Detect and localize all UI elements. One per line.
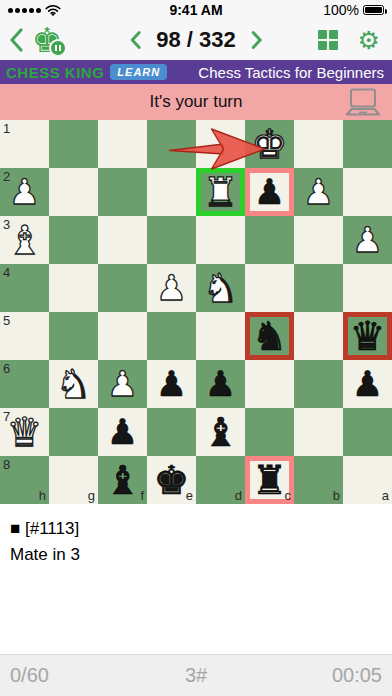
puzzle-list-button[interactable] — [318, 30, 338, 50]
puzzle-goal: Mate in 3 — [10, 542, 80, 568]
square-h8[interactable]: 8h — [0, 456, 49, 504]
square-a7[interactable] — [343, 408, 392, 456]
square-f6[interactable]: ♟ — [98, 360, 147, 408]
rank-label: 5 — [3, 314, 10, 327]
rank-label: 4 — [3, 266, 10, 279]
white-pawn: ♟ — [9, 175, 40, 210]
square-d2[interactable]: ♜ — [196, 168, 245, 216]
app-root: 9:41 AM 100% ♚ 98 / 332 — [0, 0, 392, 696]
square-c7[interactable] — [245, 408, 294, 456]
black-queen: ♛ — [350, 316, 386, 356]
black-pawn: ♟ — [352, 367, 383, 402]
square-g5[interactable] — [49, 312, 98, 360]
square-e7[interactable] — [147, 408, 196, 456]
white-king: ♚ — [252, 124, 288, 164]
square-a1[interactable] — [343, 120, 392, 168]
back-chevron-icon — [8, 27, 24, 53]
square-f7[interactable]: ♟ — [98, 408, 147, 456]
rank-label: 1 — [3, 122, 10, 135]
square-e2[interactable] — [147, 168, 196, 216]
square-g1[interactable] — [49, 120, 98, 168]
rank-label: 8 — [3, 458, 10, 471]
square-g8[interactable]: g — [49, 456, 98, 504]
status-bar: 9:41 AM 100% — [0, 0, 392, 20]
square-h1[interactable]: 1 — [0, 120, 49, 168]
square-c3[interactable] — [245, 216, 294, 264]
square-g3[interactable] — [49, 216, 98, 264]
square-g4[interactable] — [49, 264, 98, 312]
brand-title: CHESS KING — [6, 64, 104, 81]
black-rook: ♜ — [252, 460, 288, 500]
square-a8[interactable]: a — [343, 456, 392, 504]
black-pawn: ♟ — [107, 415, 138, 450]
settings-button[interactable]: ⚙ — [358, 28, 380, 53]
white-pawn: ♟ — [303, 175, 334, 210]
learn-badge: LEARN — [110, 64, 167, 80]
laptop-icon[interactable] — [344, 88, 382, 117]
bottom-bar: 0/60 3# 00:05 — [0, 654, 392, 696]
white-knight: ♞ — [203, 268, 239, 308]
turn-text: It's your turn — [0, 84, 392, 120]
square-d5[interactable] — [196, 312, 245, 360]
file-label: g — [88, 489, 95, 502]
square-d6[interactable]: ♟ — [196, 360, 245, 408]
square-c1[interactable]: ♚ — [245, 120, 294, 168]
square-c4[interactable] — [245, 264, 294, 312]
puzzle-id: ■ [#1113] — [10, 516, 80, 542]
square-d1[interactable] — [196, 120, 245, 168]
square-b2[interactable]: ♟ — [294, 168, 343, 216]
white-rook: ♜ — [203, 172, 239, 212]
nav-bar: ♚ 98 / 332 ⚙ — [0, 20, 392, 60]
file-label: d — [235, 489, 242, 502]
black-knight: ♞ — [252, 316, 288, 356]
battery-icon — [363, 5, 384, 15]
square-g7[interactable] — [49, 408, 98, 456]
file-label: c — [285, 489, 292, 502]
white-pawn: ♟ — [156, 271, 187, 306]
file-label: h — [39, 489, 46, 502]
square-b1[interactable] — [294, 120, 343, 168]
square-f1[interactable] — [98, 120, 147, 168]
black-bishop: ♝ — [203, 412, 239, 452]
square-d3[interactable] — [196, 216, 245, 264]
square-c2[interactable]: ♟ — [245, 168, 294, 216]
square-a5[interactable]: ♛ — [343, 312, 392, 360]
square-e8[interactable]: e♚ — [147, 456, 196, 504]
square-f3[interactable] — [98, 216, 147, 264]
rank-label: 3 — [3, 218, 10, 231]
square-b6[interactable] — [294, 360, 343, 408]
square-e1[interactable] — [147, 120, 196, 168]
battery-percent: 100% — [323, 2, 359, 18]
square-c5[interactable]: ♞ — [245, 312, 294, 360]
rank-label: 2 — [3, 170, 10, 183]
file-label: b — [333, 489, 340, 502]
square-e6[interactable]: ♟ — [147, 360, 196, 408]
square-d8[interactable]: d — [196, 456, 245, 504]
square-f5[interactable] — [98, 312, 147, 360]
turn-banner: It's your turn — [0, 84, 392, 120]
square-e5[interactable] — [147, 312, 196, 360]
square-c8[interactable]: c♜ — [245, 456, 294, 504]
black-pawn: ♟ — [205, 367, 236, 402]
black-pawn: ♟ — [254, 175, 285, 210]
pause-badge-icon — [49, 39, 67, 57]
square-g2[interactable] — [49, 168, 98, 216]
puzzle-counter: 98 / 332 — [156, 27, 236, 53]
square-c6[interactable] — [245, 360, 294, 408]
square-b3[interactable] — [294, 216, 343, 264]
back-button[interactable]: ♚ — [8, 20, 66, 60]
square-f4[interactable] — [98, 264, 147, 312]
prev-puzzle-button[interactable] — [129, 30, 142, 50]
square-d4[interactable]: ♞ — [196, 264, 245, 312]
square-e4[interactable]: ♟ — [147, 264, 196, 312]
square-f2[interactable] — [98, 168, 147, 216]
square-h2[interactable]: 2♟ — [0, 168, 49, 216]
square-b8[interactable]: b — [294, 456, 343, 504]
square-a6[interactable]: ♟ — [343, 360, 392, 408]
rank-label: 7 — [3, 410, 10, 423]
square-h7[interactable]: 7♛ — [0, 408, 49, 456]
chess-board: 1♚2♟♜♟♟3♝♟4♟♞5♞♛6♞♟♟♟♟7♛♟♝8hgf♝e♚dc♜ba — [0, 120, 392, 504]
square-a2[interactable] — [343, 168, 392, 216]
square-d7[interactable]: ♝ — [196, 408, 245, 456]
square-e3[interactable] — [147, 216, 196, 264]
square-a3[interactable]: ♟ — [343, 216, 392, 264]
course-title: Chess Tactics for Beginners — [198, 64, 384, 81]
white-bishop: ♝ — [7, 220, 43, 260]
square-b7[interactable] — [294, 408, 343, 456]
next-puzzle-button[interactable] — [250, 30, 263, 50]
black-pawn: ♟ — [156, 367, 187, 402]
square-h6[interactable]: 6 — [0, 360, 49, 408]
timer: 00:05 — [332, 664, 382, 687]
square-b4[interactable] — [294, 264, 343, 312]
brand-bar: CHESS KING LEARN Chess Tactics for Begin… — [0, 60, 392, 84]
white-knight: ♞ — [56, 364, 92, 404]
file-label: f — [140, 489, 144, 502]
square-f8[interactable]: f♝ — [98, 456, 147, 504]
square-a4[interactable] — [343, 264, 392, 312]
puzzle-caption: ■ [#1113] Mate in 3 — [10, 516, 80, 568]
white-pawn: ♟ — [107, 367, 138, 402]
square-b5[interactable] — [294, 312, 343, 360]
chessking-logo-icon[interactable]: ♚ — [28, 21, 66, 59]
black-king: ♚ — [154, 460, 190, 500]
file-label: e — [186, 489, 193, 502]
square-h5[interactable]: 5 — [0, 312, 49, 360]
white-pawn: ♟ — [352, 223, 383, 258]
black-bishop: ♝ — [105, 460, 141, 500]
file-label: a — [382, 489, 389, 502]
square-h4[interactable]: 4 — [0, 264, 49, 312]
rank-label: 6 — [3, 362, 10, 375]
square-g6[interactable]: ♞ — [49, 360, 98, 408]
square-h3[interactable]: 3♝ — [0, 216, 49, 264]
white-queen: ♛ — [7, 412, 43, 452]
